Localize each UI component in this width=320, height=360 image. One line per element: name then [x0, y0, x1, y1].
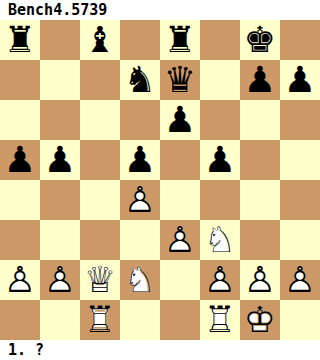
- square-g5[interactable]: [240, 140, 280, 180]
- square-e7[interactable]: ♛: [160, 60, 200, 100]
- piece-black-bishop[interactable]: ♝: [80, 20, 120, 60]
- square-c6[interactable]: [80, 100, 120, 140]
- square-h5[interactable]: [280, 140, 320, 180]
- square-f6[interactable]: [200, 100, 240, 140]
- piece-white-pawn[interactable]: ♙: [200, 260, 240, 300]
- square-g1[interactable]: ♚♔: [240, 300, 280, 340]
- square-e2[interactable]: [160, 260, 200, 300]
- piece-black-pawn[interactable]: ♟: [160, 100, 200, 140]
- square-d8[interactable]: [120, 20, 160, 60]
- chess-app-window: Bench4.5739 ♜♝♜♚♞♛♟♟♟♟♟♟♟♟♙♟♙♞♘♟♙♟♙♛♕♞♘♟…: [0, 0, 320, 360]
- piece-white-knight[interactable]: ♘: [120, 260, 160, 300]
- piece-white-pawn[interactable]: ♙: [120, 180, 160, 220]
- piece-black-knight[interactable]: ♞: [120, 60, 160, 100]
- square-h2[interactable]: ♟♙: [280, 260, 320, 300]
- square-b4[interactable]: [40, 180, 80, 220]
- square-f7[interactable]: [200, 60, 240, 100]
- square-b6[interactable]: [40, 100, 80, 140]
- chess-board: ♜♝♜♚♞♛♟♟♟♟♟♟♟♟♙♟♙♞♘♟♙♟♙♛♕♞♘♟♙♟♙♟♙♜♖♜♖♚♔: [0, 20, 320, 340]
- piece-white-pawn[interactable]: ♙: [160, 220, 200, 260]
- piece-black-pawn[interactable]: ♟: [40, 140, 80, 180]
- square-d5[interactable]: ♟: [120, 140, 160, 180]
- square-c8[interactable]: ♝: [80, 20, 120, 60]
- piece-white-pawn[interactable]: ♙: [40, 260, 80, 300]
- square-d4[interactable]: ♟♙: [120, 180, 160, 220]
- square-a2[interactable]: ♟♙: [0, 260, 40, 300]
- square-f8[interactable]: [200, 20, 240, 60]
- square-g8[interactable]: ♚: [240, 20, 280, 60]
- square-e6[interactable]: ♟: [160, 100, 200, 140]
- piece-black-pawn[interactable]: ♟: [280, 60, 320, 100]
- square-h1[interactable]: [280, 300, 320, 340]
- piece-black-pawn[interactable]: ♟: [120, 140, 160, 180]
- square-d3[interactable]: [120, 220, 160, 260]
- square-f5[interactable]: ♟: [200, 140, 240, 180]
- move-prompt: 1. ?: [0, 340, 320, 360]
- piece-black-king[interactable]: ♚: [240, 20, 280, 60]
- square-g6[interactable]: [240, 100, 280, 140]
- square-h4[interactable]: [280, 180, 320, 220]
- square-g4[interactable]: [240, 180, 280, 220]
- square-d6[interactable]: [120, 100, 160, 140]
- piece-white-pawn[interactable]: ♙: [280, 260, 320, 300]
- square-a8[interactable]: ♜: [0, 20, 40, 60]
- square-g3[interactable]: [240, 220, 280, 260]
- piece-white-pawn[interactable]: ♙: [240, 260, 280, 300]
- square-a3[interactable]: [0, 220, 40, 260]
- piece-white-rook[interactable]: ♖: [80, 300, 120, 340]
- square-d7[interactable]: ♞: [120, 60, 160, 100]
- piece-black-queen[interactable]: ♛: [160, 60, 200, 100]
- square-e4[interactable]: [160, 180, 200, 220]
- square-b3[interactable]: [40, 220, 80, 260]
- square-e3[interactable]: ♟♙: [160, 220, 200, 260]
- square-h7[interactable]: ♟: [280, 60, 320, 100]
- square-a7[interactable]: [0, 60, 40, 100]
- square-e1[interactable]: [160, 300, 200, 340]
- square-d1[interactable]: [120, 300, 160, 340]
- piece-black-pawn[interactable]: ♟: [240, 60, 280, 100]
- square-f2[interactable]: ♟♙: [200, 260, 240, 300]
- piece-black-rook[interactable]: ♜: [160, 20, 200, 60]
- square-c1[interactable]: ♜♖: [80, 300, 120, 340]
- square-b5[interactable]: ♟: [40, 140, 80, 180]
- piece-black-pawn[interactable]: ♟: [200, 140, 240, 180]
- piece-white-queen[interactable]: ♕: [80, 260, 120, 300]
- square-b8[interactable]: [40, 20, 80, 60]
- square-e8[interactable]: ♜: [160, 20, 200, 60]
- piece-black-pawn[interactable]: ♟: [0, 140, 40, 180]
- square-g2[interactable]: ♟♙: [240, 260, 280, 300]
- square-c3[interactable]: [80, 220, 120, 260]
- square-a4[interactable]: [0, 180, 40, 220]
- square-c5[interactable]: [80, 140, 120, 180]
- square-b1[interactable]: [40, 300, 80, 340]
- square-h6[interactable]: [280, 100, 320, 140]
- square-a6[interactable]: [0, 100, 40, 140]
- piece-black-rook[interactable]: ♜: [0, 20, 40, 60]
- square-f3[interactable]: ♞♘: [200, 220, 240, 260]
- square-d2[interactable]: ♞♘: [120, 260, 160, 300]
- square-a1[interactable]: [0, 300, 40, 340]
- piece-white-king[interactable]: ♔: [240, 300, 280, 340]
- piece-white-rook[interactable]: ♖: [200, 300, 240, 340]
- window-title: Bench4.5739: [0, 0, 320, 20]
- square-g7[interactable]: ♟: [240, 60, 280, 100]
- square-f1[interactable]: ♜♖: [200, 300, 240, 340]
- square-b2[interactable]: ♟♙: [40, 260, 80, 300]
- square-b7[interactable]: [40, 60, 80, 100]
- square-c4[interactable]: [80, 180, 120, 220]
- square-h3[interactable]: [280, 220, 320, 260]
- square-a5[interactable]: ♟: [0, 140, 40, 180]
- piece-white-knight[interactable]: ♘: [200, 220, 240, 260]
- square-e5[interactable]: [160, 140, 200, 180]
- square-h8[interactable]: [280, 20, 320, 60]
- piece-white-pawn[interactable]: ♙: [0, 260, 40, 300]
- square-f4[interactable]: [200, 180, 240, 220]
- square-c7[interactable]: [80, 60, 120, 100]
- square-c2[interactable]: ♛♕: [80, 260, 120, 300]
